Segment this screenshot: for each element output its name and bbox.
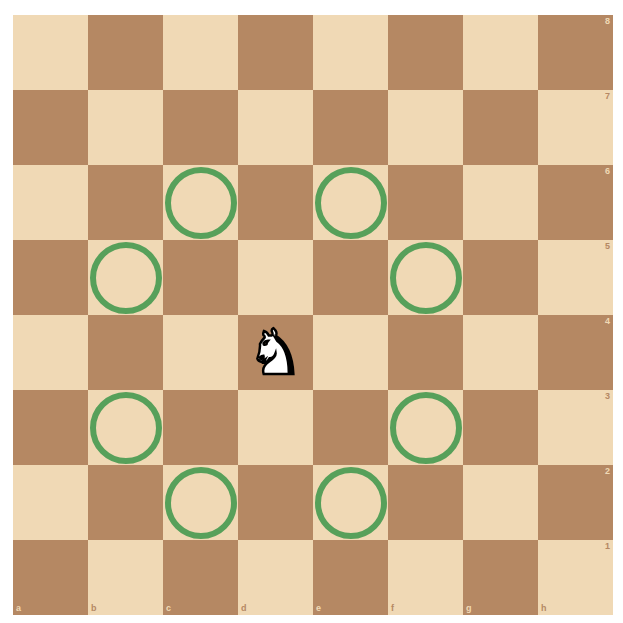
white-knight[interactable]: ♞ [238,315,313,390]
square-g8[interactable] [463,15,538,90]
square-e5[interactable] [313,240,388,315]
square-c8[interactable] [163,15,238,90]
square-c2[interactable] [163,465,238,540]
square-h3[interactable]: 3 [538,390,613,465]
rank-label-8: 8 [605,17,610,26]
square-b7[interactable] [88,90,163,165]
square-f3[interactable] [388,390,463,465]
square-a3[interactable] [13,390,88,465]
square-h1[interactable]: h1 [538,540,613,615]
square-c4[interactable] [163,315,238,390]
file-label-e: e [316,604,321,613]
rank-label-6: 6 [605,167,610,176]
square-g6[interactable] [463,165,538,240]
square-a8[interactable] [13,15,88,90]
page: 8765♞432abcdefgh1 [0,0,623,623]
square-a2[interactable] [13,465,88,540]
square-c6[interactable] [163,165,238,240]
square-d4[interactable]: ♞ [238,315,313,390]
square-g5[interactable] [463,240,538,315]
square-a4[interactable] [13,315,88,390]
square-e4[interactable] [313,315,388,390]
square-h6[interactable]: 6 [538,165,613,240]
square-h7[interactable]: 7 [538,90,613,165]
square-a7[interactable] [13,90,88,165]
rank-label-3: 3 [605,392,610,401]
legal-move-ring-f3[interactable] [390,392,462,464]
square-g2[interactable] [463,465,538,540]
square-d1[interactable]: d [238,540,313,615]
square-e6[interactable] [313,165,388,240]
square-f6[interactable] [388,165,463,240]
square-c5[interactable] [163,240,238,315]
square-d8[interactable] [238,15,313,90]
square-f2[interactable] [388,465,463,540]
square-b3[interactable] [88,390,163,465]
legal-move-ring-c6[interactable] [165,167,237,239]
legal-move-ring-e2[interactable] [315,467,387,539]
square-f4[interactable] [388,315,463,390]
file-label-g: g [466,604,472,613]
square-b6[interactable] [88,165,163,240]
square-g3[interactable] [463,390,538,465]
file-label-h: h [541,604,547,613]
square-h2[interactable]: 2 [538,465,613,540]
square-d3[interactable] [238,390,313,465]
rank-label-5: 5 [605,242,610,251]
square-f1[interactable]: f [388,540,463,615]
square-d6[interactable] [238,165,313,240]
square-g1[interactable]: g [463,540,538,615]
square-e1[interactable]: e [313,540,388,615]
square-f8[interactable] [388,15,463,90]
square-b1[interactable]: b [88,540,163,615]
legal-move-ring-e6[interactable] [315,167,387,239]
square-d5[interactable] [238,240,313,315]
rank-label-1: 1 [605,542,610,551]
square-e8[interactable] [313,15,388,90]
legal-move-ring-b5[interactable] [90,242,162,314]
rank-label-4: 4 [605,317,610,326]
square-e3[interactable] [313,390,388,465]
square-g4[interactable] [463,315,538,390]
file-label-a: a [16,604,21,613]
square-d7[interactable] [238,90,313,165]
square-h5[interactable]: 5 [538,240,613,315]
square-e7[interactable] [313,90,388,165]
square-b5[interactable] [88,240,163,315]
file-label-d: d [241,604,247,613]
square-f7[interactable] [388,90,463,165]
square-e2[interactable] [313,465,388,540]
square-c3[interactable] [163,390,238,465]
file-label-b: b [91,604,97,613]
square-g7[interactable] [463,90,538,165]
square-f5[interactable] [388,240,463,315]
square-a5[interactable] [13,240,88,315]
legal-move-ring-b3[interactable] [90,392,162,464]
legal-move-ring-c2[interactable] [165,467,237,539]
square-b8[interactable] [88,15,163,90]
square-a6[interactable] [13,165,88,240]
file-label-f: f [391,604,394,613]
square-c7[interactable] [163,90,238,165]
chess-board: 8765♞432abcdefgh1 [13,15,613,615]
square-h4[interactable]: 4 [538,315,613,390]
legal-move-ring-f5[interactable] [390,242,462,314]
square-a1[interactable]: a [13,540,88,615]
rank-label-7: 7 [605,92,610,101]
square-b2[interactable] [88,465,163,540]
square-b4[interactable] [88,315,163,390]
square-c1[interactable]: c [163,540,238,615]
square-h8[interactable]: 8 [538,15,613,90]
file-label-c: c [166,604,171,613]
rank-label-2: 2 [605,467,610,476]
square-d2[interactable] [238,465,313,540]
